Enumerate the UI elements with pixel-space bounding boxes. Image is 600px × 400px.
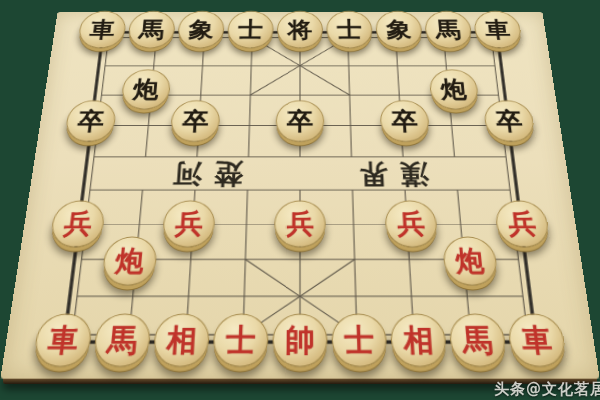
piece-black-卒[interactable]: 卒 xyxy=(64,100,118,142)
piece-character: 象 xyxy=(188,19,214,40)
piece-red-炮[interactable]: 炮 xyxy=(101,237,158,286)
piece-red-兵[interactable]: 兵 xyxy=(384,200,438,247)
piece-red-兵[interactable]: 兵 xyxy=(274,200,326,247)
piece-character: 士 xyxy=(344,325,375,356)
photo-scene: 楚河 漢界 車馬象士将士象馬車炮炮卒卒卒卒卒兵兵兵兵兵炮炮車馬相士帥士相馬車 头… xyxy=(0,0,600,400)
piece-black-士[interactable]: 士 xyxy=(326,11,373,48)
piece-character: 卒 xyxy=(182,109,210,133)
piece-black-車[interactable]: 車 xyxy=(77,11,127,48)
watermark: 头条@文化茗居 xyxy=(494,380,600,399)
piece-red-兵[interactable]: 兵 xyxy=(494,200,551,247)
piece-character: 兵 xyxy=(62,210,93,237)
piece-black-将[interactable]: 将 xyxy=(277,11,323,48)
pieces-layer: 車馬象士将士象馬車炮炮卒卒卒卒卒兵兵兵兵兵炮炮車馬相士帥士相馬車 xyxy=(0,12,599,379)
piece-black-炮[interactable]: 炮 xyxy=(120,69,171,109)
piece-red-相[interactable]: 相 xyxy=(152,314,210,367)
piece-black-卒[interactable]: 卒 xyxy=(379,100,430,142)
piece-character: 卒 xyxy=(495,109,524,133)
piece-character: 士 xyxy=(337,19,362,40)
piece-character: 士 xyxy=(238,19,263,40)
piece-character: 将 xyxy=(288,19,313,40)
piece-black-馬[interactable]: 馬 xyxy=(424,11,473,48)
piece-character: 兵 xyxy=(174,210,203,237)
piece-black-象[interactable]: 象 xyxy=(375,11,423,48)
piece-character: 士 xyxy=(225,325,256,356)
piece-black-馬[interactable]: 馬 xyxy=(127,11,176,48)
piece-character: 卒 xyxy=(287,109,313,133)
piece-character: 炮 xyxy=(455,247,486,275)
piece-character: 卒 xyxy=(76,109,105,133)
piece-character: 象 xyxy=(386,19,412,40)
piece-character: 相 xyxy=(403,325,435,356)
piece-character: 相 xyxy=(166,325,198,356)
piece-red-炮[interactable]: 炮 xyxy=(442,237,499,286)
piece-character: 兵 xyxy=(286,210,314,237)
piece-red-馬[interactable]: 馬 xyxy=(92,314,152,367)
xiangqi-board: 楚河 漢界 車馬象士将士象馬車炮炮卒卒卒卒卒兵兵兵兵兵炮炮車馬相士帥士相馬車 xyxy=(0,12,599,379)
piece-black-卒[interactable]: 卒 xyxy=(170,100,221,142)
piece-character: 車 xyxy=(520,325,553,356)
piece-black-卒[interactable]: 卒 xyxy=(483,100,537,142)
piece-character: 車 xyxy=(484,19,511,40)
piece-character: 炮 xyxy=(132,78,160,101)
piece-red-車[interactable]: 車 xyxy=(506,314,567,367)
piece-character: 馬 xyxy=(461,325,493,356)
piece-black-士[interactable]: 士 xyxy=(227,11,274,48)
piece-red-相[interactable]: 相 xyxy=(390,314,448,367)
piece-red-士[interactable]: 士 xyxy=(212,314,268,367)
piece-character: 帥 xyxy=(285,325,315,356)
piece-black-炮[interactable]: 炮 xyxy=(428,69,479,109)
piece-character: 馬 xyxy=(106,325,138,356)
piece-red-士[interactable]: 士 xyxy=(331,314,387,367)
piece-red-兵[interactable]: 兵 xyxy=(161,200,215,247)
piece-character: 馬 xyxy=(435,19,462,40)
piece-character: 卒 xyxy=(391,109,419,133)
piece-black-象[interactable]: 象 xyxy=(177,11,225,48)
piece-character: 炮 xyxy=(440,78,468,101)
piece-black-車[interactable]: 車 xyxy=(473,11,523,48)
piece-character: 車 xyxy=(46,325,79,356)
piece-red-兵[interactable]: 兵 xyxy=(49,200,106,247)
piece-red-帥[interactable]: 帥 xyxy=(272,314,328,367)
piece-black-卒[interactable]: 卒 xyxy=(275,100,324,142)
piece-character: 炮 xyxy=(114,247,145,275)
piece-red-馬[interactable]: 馬 xyxy=(448,314,508,367)
piece-red-車[interactable]: 車 xyxy=(32,314,93,367)
piece-character: 兵 xyxy=(507,210,538,237)
piece-character: 馬 xyxy=(138,19,165,40)
piece-character: 兵 xyxy=(396,210,425,237)
piece-character: 車 xyxy=(89,19,116,40)
